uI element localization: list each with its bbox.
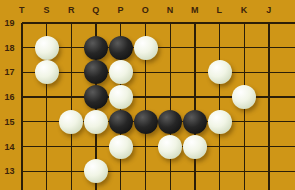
col-label-S: S — [37, 0, 57, 20]
stone-white-S17[interactable] — [35, 60, 59, 84]
row-label-15: 15 — [0, 115, 19, 129]
row-label-13: 13 — [0, 164, 19, 178]
stone-white-R15[interactable] — [59, 110, 83, 134]
col-label-K: K — [234, 0, 254, 20]
col-label-J: J — [259, 0, 279, 20]
stone-white-P14[interactable] — [109, 135, 133, 159]
stone-black-O15[interactable] — [134, 110, 158, 134]
stone-white-N14[interactable] — [158, 135, 182, 159]
col-label-R: R — [61, 0, 81, 20]
stone-black-M15[interactable] — [183, 110, 207, 134]
row-label-19: 19 — [0, 16, 19, 30]
stone-white-S18[interactable] — [35, 36, 59, 60]
col-label-L: L — [210, 0, 230, 20]
stone-black-Q18[interactable] — [84, 36, 108, 60]
col-label-P: P — [111, 0, 131, 20]
row-label-14: 14 — [0, 140, 19, 154]
stone-black-Q16[interactable] — [84, 85, 108, 109]
row-label-18: 18 — [0, 41, 19, 55]
col-label-O: O — [136, 0, 156, 20]
stone-black-N15[interactable] — [158, 110, 182, 134]
stone-black-Q17[interactable] — [84, 60, 108, 84]
row-label-16: 16 — [0, 90, 19, 104]
col-label-Q: Q — [86, 0, 106, 20]
grid-hline-17 — [22, 72, 295, 73]
col-label-M: M — [185, 0, 205, 20]
grid-hline-13 — [22, 171, 295, 172]
stone-black-P15[interactable] — [109, 110, 133, 134]
stone-white-M14[interactable] — [183, 135, 207, 159]
stone-white-L17[interactable] — [208, 60, 232, 84]
stone-white-O18[interactable] — [134, 36, 158, 60]
stone-white-P16[interactable] — [109, 85, 133, 109]
row-label-17: 17 — [0, 65, 19, 79]
stone-white-Q15[interactable] — [84, 110, 108, 134]
col-label-N: N — [160, 0, 180, 20]
stone-black-P18[interactable] — [109, 36, 133, 60]
stone-white-K16[interactable] — [232, 85, 256, 109]
go-board[interactable]: TSRQPONMLKJ19181716151413 — [0, 0, 295, 190]
stone-white-L15[interactable] — [208, 110, 232, 134]
stone-white-P17[interactable] — [109, 60, 133, 84]
grid-hline-18 — [22, 47, 295, 48]
grid-hline-19 — [22, 22, 295, 24]
stone-white-Q13[interactable] — [84, 159, 108, 183]
